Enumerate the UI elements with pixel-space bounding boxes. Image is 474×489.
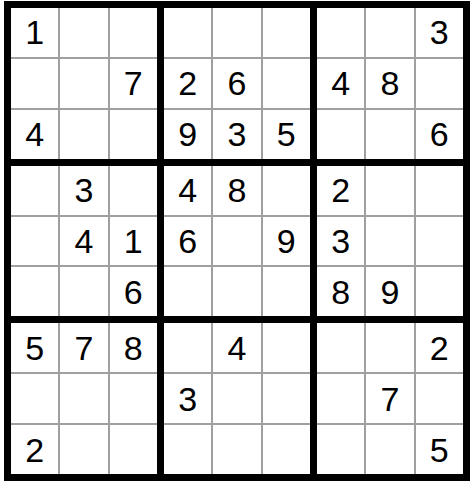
sudoku-cell-r8c2[interactable] (60, 374, 107, 423)
sudoku-cell-r3c2[interactable] (60, 110, 107, 159)
sudoku-cell-r8c8[interactable]: 7 (366, 374, 413, 423)
sudoku-cell-r6c1[interactable] (11, 267, 58, 316)
sudoku-cell-r6c5[interactable] (213, 267, 260, 316)
sudoku-cell-r5c6[interactable]: 9 (263, 217, 310, 266)
sudoku-cell-r1c2[interactable] (60, 8, 107, 57)
sudoku-cell-r3c6[interactable]: 5 (263, 110, 310, 159)
sudoku-cell-r8c9[interactable] (416, 374, 463, 423)
sudoku-cell-r2c2[interactable] (60, 59, 107, 108)
sudoku-cell-r4c4[interactable]: 4 (164, 166, 211, 215)
sudoku-box-6: 2389 (317, 166, 463, 317)
sudoku-box-7: 5782 (11, 323, 157, 474)
sudoku-cell-r9c7[interactable] (317, 425, 364, 474)
sudoku-cell-r8c7[interactable] (317, 374, 364, 423)
sudoku-cell-r1c6[interactable] (263, 8, 310, 57)
sudoku-cell-r2c7[interactable]: 4 (317, 59, 364, 108)
sudoku-cell-r5c2[interactable]: 4 (60, 217, 107, 266)
sudoku-cell-r9c9[interactable]: 5 (416, 425, 463, 474)
sudoku-cell-r1c7[interactable] (317, 8, 364, 57)
sudoku-cell-r7c1[interactable]: 5 (11, 323, 58, 372)
sudoku-cell-r4c2[interactable]: 3 (60, 166, 107, 215)
sudoku-cell-r3c3[interactable] (110, 110, 157, 159)
sudoku-cell-r9c8[interactable] (366, 425, 413, 474)
sudoku-cell-r1c4[interactable] (164, 8, 211, 57)
sudoku-cell-r6c7[interactable]: 8 (317, 267, 364, 316)
sudoku-cell-r8c6[interactable] (263, 374, 310, 423)
sudoku-cell-r5c8[interactable] (366, 217, 413, 266)
sudoku-cell-r2c5[interactable]: 6 (213, 59, 260, 108)
sudoku-cell-r7c8[interactable] (366, 323, 413, 372)
sudoku-cell-r3c5[interactable]: 3 (213, 110, 260, 159)
sudoku-cell-r2c1[interactable] (11, 59, 58, 108)
sudoku-cell-r2c4[interactable]: 2 (164, 59, 211, 108)
sudoku-cell-r6c2[interactable] (60, 267, 107, 316)
sudoku-cell-r4c9[interactable] (416, 166, 463, 215)
sudoku-cell-r5c3[interactable]: 1 (110, 217, 157, 266)
sudoku-cell-r5c1[interactable] (11, 217, 58, 266)
sudoku-cell-r9c2[interactable] (60, 425, 107, 474)
sudoku-cell-r8c1[interactable] (11, 374, 58, 423)
sudoku-cell-r1c8[interactable] (366, 8, 413, 57)
sudoku-cell-r3c4[interactable]: 9 (164, 110, 211, 159)
sudoku-cell-r2c3[interactable]: 7 (110, 59, 157, 108)
sudoku-cell-r5c9[interactable] (416, 217, 463, 266)
sudoku-cell-r4c3[interactable] (110, 166, 157, 215)
sudoku-cell-r1c5[interactable] (213, 8, 260, 57)
sudoku-board: 174269353486341648692389578243275 (4, 1, 470, 481)
sudoku-cell-r7c6[interactable] (263, 323, 310, 372)
sudoku-cell-r9c6[interactable] (263, 425, 310, 474)
sudoku-box-9: 275 (317, 323, 463, 474)
sudoku-cell-r8c4[interactable]: 3 (164, 374, 211, 423)
sudoku-cell-r7c7[interactable] (317, 323, 364, 372)
sudoku-cell-r7c9[interactable]: 2 (416, 323, 463, 372)
sudoku-cell-r9c3[interactable] (110, 425, 157, 474)
sudoku-cell-r5c4[interactable]: 6 (164, 217, 211, 266)
sudoku-cell-r7c3[interactable]: 8 (110, 323, 157, 372)
sudoku-cell-r8c5[interactable] (213, 374, 260, 423)
sudoku-cell-r4c7[interactable]: 2 (317, 166, 364, 215)
sudoku-cell-r2c6[interactable] (263, 59, 310, 108)
sudoku-cell-r7c5[interactable]: 4 (213, 323, 260, 372)
sudoku-cell-r6c6[interactable] (263, 267, 310, 316)
sudoku-cell-r3c1[interactable]: 4 (11, 110, 58, 159)
sudoku-cell-r5c5[interactable] (213, 217, 260, 266)
sudoku-cell-r4c8[interactable] (366, 166, 413, 215)
sudoku-cell-r3c9[interactable]: 6 (416, 110, 463, 159)
sudoku-cell-r8c3[interactable] (110, 374, 157, 423)
sudoku-cell-r1c1[interactable]: 1 (11, 8, 58, 57)
sudoku-cell-r7c4[interactable] (164, 323, 211, 372)
sudoku-cell-r6c3[interactable]: 6 (110, 267, 157, 316)
sudoku-box-5: 4869 (164, 166, 310, 317)
sudoku-cell-r6c4[interactable] (164, 267, 211, 316)
sudoku-cell-r9c5[interactable] (213, 425, 260, 474)
sudoku-cell-r4c1[interactable] (11, 166, 58, 215)
sudoku-box-4: 3416 (11, 166, 157, 317)
sudoku-cell-r7c2[interactable]: 7 (60, 323, 107, 372)
sudoku-box-3: 3486 (317, 8, 463, 159)
sudoku-cell-r4c6[interactable] (263, 166, 310, 215)
sudoku-box-1: 174 (11, 8, 157, 159)
sudoku-box-8: 43 (164, 323, 310, 474)
sudoku-cell-r3c8[interactable] (366, 110, 413, 159)
sudoku-cell-r4c5[interactable]: 8 (213, 166, 260, 215)
sudoku-box-2: 26935 (164, 8, 310, 159)
sudoku-cell-r1c9[interactable]: 3 (416, 8, 463, 57)
sudoku-cell-r9c4[interactable] (164, 425, 211, 474)
sudoku-cell-r9c1[interactable]: 2 (11, 425, 58, 474)
sudoku-cell-r2c8[interactable]: 8 (366, 59, 413, 108)
sudoku-cell-r6c9[interactable] (416, 267, 463, 316)
sudoku-cell-r6c8[interactable]: 9 (366, 267, 413, 316)
sudoku-cell-r5c7[interactable]: 3 (317, 217, 364, 266)
sudoku-cell-r2c9[interactable] (416, 59, 463, 108)
sudoku-cell-r3c7[interactable] (317, 110, 364, 159)
sudoku-cell-r1c3[interactable] (110, 8, 157, 57)
